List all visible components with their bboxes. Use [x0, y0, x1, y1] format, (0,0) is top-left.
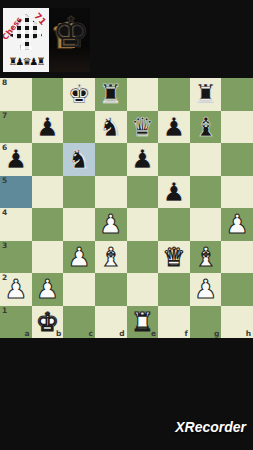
piece-white-pawn[interactable]: ♟	[95, 208, 127, 241]
square-f4[interactable]	[158, 208, 190, 241]
piece-black-rook[interactable]: ♜	[190, 78, 222, 111]
square-c6[interactable]: ♞	[63, 143, 95, 176]
square-c5[interactable]	[63, 176, 95, 209]
square-e3[interactable]	[127, 241, 159, 274]
square-f1[interactable]: f	[158, 306, 190, 339]
piece-black-knight[interactable]: ♞	[63, 143, 95, 176]
rank-label-3: 3	[2, 241, 7, 250]
file-label-f: f	[184, 330, 187, 338]
square-g8[interactable]: ♜	[190, 78, 222, 111]
square-f8[interactable]	[158, 78, 190, 111]
square-g6[interactable]	[190, 143, 222, 176]
piece-white-pawn[interactable]: ♟	[221, 208, 253, 241]
square-d4[interactable]: ♟	[95, 208, 127, 241]
square-b6[interactable]	[32, 143, 64, 176]
square-h3[interactable]	[221, 241, 253, 274]
square-f6[interactable]	[158, 143, 190, 176]
square-g1[interactable]: g	[190, 306, 222, 339]
thumbnail-logo-card: ♜♟♛♟♜ Chess 71	[3, 8, 49, 72]
square-d3[interactable]: ♝	[95, 241, 127, 274]
square-e1[interactable]: e♜	[127, 306, 159, 339]
square-f3[interactable]: ♛	[158, 241, 190, 274]
square-e4[interactable]	[127, 208, 159, 241]
square-g4[interactable]	[190, 208, 222, 241]
square-g2[interactable]: ♟	[190, 273, 222, 306]
square-a2[interactable]: 2♟	[0, 273, 32, 306]
square-h5[interactable]	[221, 176, 253, 209]
square-f2[interactable]	[158, 273, 190, 306]
piece-black-pawn[interactable]: ♟	[158, 111, 190, 144]
square-e5[interactable]	[127, 176, 159, 209]
piece-black-pawn[interactable]: ♟	[0, 143, 32, 176]
square-b1[interactable]: b♚	[32, 306, 64, 339]
chess-board: 8♚♜♜7♟♞♛♟♝6♟♞♟5♟4♟♟3♟♝♛♝2♟♟♟1ab♚cde♜fgh	[0, 78, 253, 338]
square-e7[interactable]: ♛	[127, 111, 159, 144]
rank-label-8: 8	[2, 78, 7, 87]
piece-black-knight[interactable]: ♞	[95, 111, 127, 144]
rank-label-7: 7	[2, 111, 7, 120]
square-f5[interactable]: ♟	[158, 176, 190, 209]
square-h6[interactable]	[221, 143, 253, 176]
square-c1[interactable]: c	[63, 306, 95, 339]
square-d6[interactable]	[95, 143, 127, 176]
square-c4[interactable]	[63, 208, 95, 241]
piece-black-queen[interactable]: ♛	[127, 111, 159, 144]
square-c7[interactable]	[63, 111, 95, 144]
square-e2[interactable]	[127, 273, 159, 306]
square-a5[interactable]: 5	[0, 176, 32, 209]
rank-label-4: 4	[2, 208, 7, 217]
square-c8[interactable]: ♚	[63, 78, 95, 111]
piece-black-pawn[interactable]: ♟	[127, 143, 159, 176]
piece-white-bishop[interactable]: ♝	[95, 241, 127, 274]
square-h8[interactable]	[221, 78, 253, 111]
square-a3[interactable]: 3	[0, 241, 32, 274]
square-a8[interactable]: 8	[0, 78, 32, 111]
square-b8[interactable]	[32, 78, 64, 111]
square-a1[interactable]: 1a	[0, 306, 32, 339]
file-label-d: d	[119, 330, 124, 338]
square-g5[interactable]	[190, 176, 222, 209]
piece-white-pawn[interactable]: ♟	[190, 273, 222, 306]
square-h2[interactable]	[221, 273, 253, 306]
square-b5[interactable]	[32, 176, 64, 209]
file-label-c: c	[88, 330, 92, 338]
piece-black-pawn[interactable]: ♟	[32, 111, 64, 144]
black-king-icon: ♚	[52, 12, 90, 54]
file-label-g: g	[214, 330, 219, 338]
square-d7[interactable]: ♞	[95, 111, 127, 144]
square-b7[interactable]: ♟	[32, 111, 64, 144]
square-f7[interactable]: ♟	[158, 111, 190, 144]
piece-white-pawn[interactable]: ♟	[0, 273, 32, 306]
piece-white-pawn[interactable]: ♟	[63, 241, 95, 274]
square-d5[interactable]	[95, 176, 127, 209]
square-b2[interactable]: ♟	[32, 273, 64, 306]
square-g3[interactable]: ♝	[190, 241, 222, 274]
square-b3[interactable]	[32, 241, 64, 274]
square-h4[interactable]: ♟	[221, 208, 253, 241]
thumbnail-photo: ♛ ♚	[49, 8, 90, 72]
file-label-h: h	[246, 330, 251, 338]
piece-black-king[interactable]: ♚	[63, 78, 95, 111]
square-c3[interactable]: ♟	[63, 241, 95, 274]
square-h7[interactable]	[221, 111, 253, 144]
video-thumbnail: ♜♟♛♟♜ Chess 71 ♛ ♚	[3, 8, 90, 72]
piece-black-bishop[interactable]: ♝	[190, 111, 222, 144]
square-a4[interactable]: 4	[0, 208, 32, 241]
rank-label-5: 5	[2, 176, 7, 185]
square-c2[interactable]	[63, 273, 95, 306]
xrecorder-watermark: XRecorder	[175, 419, 246, 435]
square-d8[interactable]: ♜	[95, 78, 127, 111]
square-d1[interactable]: d	[95, 306, 127, 339]
piece-white-king[interactable]: ♚	[32, 306, 64, 339]
square-e6[interactable]: ♟	[127, 143, 159, 176]
square-h1[interactable]: h	[221, 306, 253, 339]
rank-label-1: 1	[2, 306, 7, 315]
piece-white-rook[interactable]: ♜	[127, 306, 159, 339]
square-b4[interactable]	[32, 208, 64, 241]
piece-silhouettes-row: ♜♟♛♟♜	[6, 56, 46, 68]
piece-white-queen[interactable]: ♛	[158, 241, 190, 274]
square-d2[interactable]	[95, 273, 127, 306]
piece-white-bishop[interactable]: ♝	[190, 241, 222, 274]
square-a7[interactable]: 7	[0, 111, 32, 144]
file-label-a: a	[25, 330, 30, 338]
square-e8[interactable]	[127, 78, 159, 111]
piece-black-pawn[interactable]: ♟	[158, 176, 190, 209]
square-a6[interactable]: 6♟	[0, 143, 32, 176]
square-g7[interactable]: ♝	[190, 111, 222, 144]
piece-black-rook[interactable]: ♜	[95, 78, 127, 111]
piece-white-pawn[interactable]: ♟	[32, 273, 64, 306]
